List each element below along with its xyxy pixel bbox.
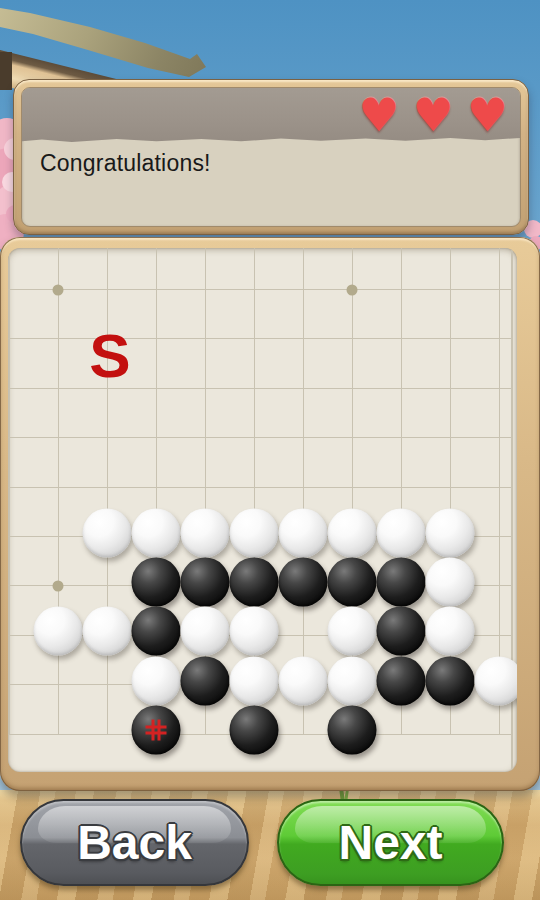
white-stone[interactable] xyxy=(328,607,377,656)
black-stone[interactable] xyxy=(132,557,181,606)
go-board[interactable]: S xyxy=(8,248,517,772)
white-stone[interactable] xyxy=(230,656,279,705)
white-stone[interactable] xyxy=(328,508,377,557)
grid-line-vertical xyxy=(58,248,59,735)
white-stone[interactable] xyxy=(377,508,426,557)
back-button[interactable]: Back xyxy=(20,799,249,886)
white-stone[interactable] xyxy=(132,656,181,705)
heart-icon: ♥ xyxy=(467,90,508,140)
black-stone[interactable] xyxy=(181,656,230,705)
grid-line-vertical xyxy=(9,248,10,735)
black-stone[interactable] xyxy=(230,557,279,606)
white-stone[interactable] xyxy=(230,508,279,557)
white-stone[interactable] xyxy=(279,508,328,557)
grid-line-horizontal xyxy=(8,487,512,488)
back-button-label: Back xyxy=(77,815,192,870)
grid-line-horizontal xyxy=(8,289,512,290)
grid-line-horizontal xyxy=(8,388,512,389)
black-stone[interactable] xyxy=(132,607,181,656)
app-screen: ♥ ♥ ♥ Congratulations! S Back Next xyxy=(0,0,540,900)
black-stone[interactable] xyxy=(377,607,426,656)
white-stone[interactable] xyxy=(475,656,518,705)
double-cross-marker-icon xyxy=(146,720,167,741)
star-point xyxy=(53,580,64,591)
white-stone[interactable] xyxy=(426,557,475,606)
black-stone[interactable] xyxy=(181,557,230,606)
white-stone[interactable] xyxy=(279,656,328,705)
black-stone[interactable] xyxy=(132,706,181,755)
temple-post-decoration xyxy=(0,52,12,90)
congratulations-text: Congratulations! xyxy=(40,150,211,177)
board-panel: S xyxy=(0,237,540,791)
black-stone[interactable] xyxy=(230,706,279,755)
heart-icon: ♥ xyxy=(413,90,454,140)
next-button-label: Next xyxy=(338,815,442,870)
black-stone[interactable] xyxy=(279,557,328,606)
white-stone[interactable] xyxy=(83,508,132,557)
white-stone[interactable] xyxy=(132,508,181,557)
white-stone[interactable] xyxy=(181,508,230,557)
white-stone[interactable] xyxy=(328,656,377,705)
white-stone[interactable] xyxy=(83,607,132,656)
black-stone[interactable] xyxy=(328,706,377,755)
white-stone[interactable] xyxy=(426,607,475,656)
black-stone[interactable] xyxy=(328,557,377,606)
white-stone[interactable] xyxy=(34,607,83,656)
next-button[interactable]: Next xyxy=(277,799,504,886)
grid-line-horizontal xyxy=(8,338,512,339)
grid-line-horizontal xyxy=(8,437,512,438)
black-stone[interactable] xyxy=(426,656,475,705)
black-stone[interactable] xyxy=(377,557,426,606)
board-label-s: S xyxy=(89,319,130,390)
heart-icon: ♥ xyxy=(358,90,399,140)
black-stone[interactable] xyxy=(377,656,426,705)
star-point xyxy=(53,284,64,295)
star-point xyxy=(347,284,358,295)
white-stone[interactable] xyxy=(230,607,279,656)
white-stone[interactable] xyxy=(181,607,230,656)
message-panel-inner: ♥ ♥ ♥ Congratulations! xyxy=(21,87,521,227)
lives-hearts: ♥ ♥ ♥ xyxy=(358,90,508,140)
message-panel: ♥ ♥ ♥ Congratulations! xyxy=(13,79,529,235)
white-stone[interactable] xyxy=(426,508,475,557)
